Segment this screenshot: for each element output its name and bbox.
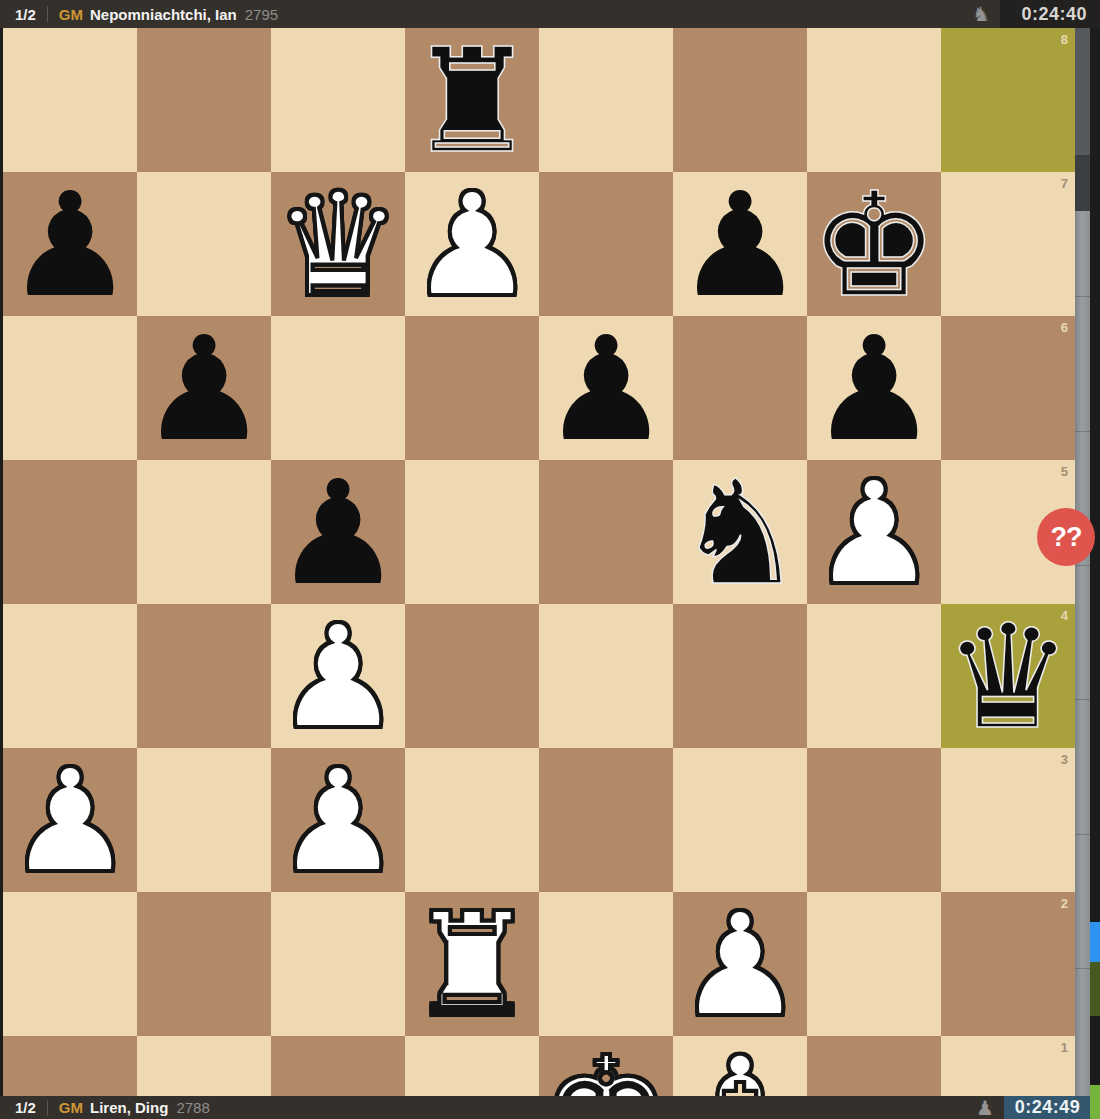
piece-black-pawn[interactable]: ♟ [541,317,670,461]
piece-black-pawn[interactable]: ♟ [273,461,402,605]
square-c4[interactable]: ♟ [271,604,405,748]
piece-black-knight[interactable]: ♞ [675,461,804,605]
square-a4[interactable] [3,604,137,748]
square-b6[interactable]: ♟ [137,316,271,460]
square-e4[interactable] [539,604,673,748]
piece-black-pawn[interactable]: ♟ [809,317,938,461]
square-e5[interactable] [539,460,673,604]
top-player-rating: 2795 [245,6,278,23]
square-f5[interactable]: ♞ [673,460,807,604]
bottom-player-rating: 2788 [176,1099,209,1116]
divider [1075,834,1090,835]
piece-white-pawn[interactable]: ♟ [5,749,134,893]
top-player-name: Nepomniachtchi, Ian [90,6,237,23]
top-clock-panel: 0:24:40 [1000,0,1100,28]
piece-black-king[interactable]: ♚ [809,173,938,317]
square-g4[interactable] [807,604,941,748]
square-h7[interactable]: 7 [941,172,1075,316]
scrollbar-thumb[interactable] [1075,211,1090,1096]
piece-black-rook[interactable]: ♜ [407,29,536,173]
divider [1075,565,1090,566]
square-h4[interactable]: ♛4 [941,604,1075,748]
square-a3[interactable]: ♟ [3,748,137,892]
top-player-bar: 1/2 GM Nepomniachtchi, Ian 2795 ♞ 0:24:4… [0,0,1100,28]
rank-label-6: 6 [1061,321,1068,334]
square-c7[interactable]: ♛ [271,172,405,316]
bottom-player-bar: 1/2 GM Liren, Ding 2788 ♟ 0:24:49 [0,1096,1100,1119]
square-f8[interactable] [673,28,807,172]
piece-white-pawn[interactable]: ♟ [809,461,938,605]
piece-white-pawn[interactable]: ♟ [273,605,402,749]
square-d2[interactable]: ♜ [405,892,539,1036]
piece-black-pawn[interactable]: ♟ [139,317,268,461]
square-d4[interactable] [405,604,539,748]
square-f2[interactable]: ♟ [673,892,807,1036]
square-c2[interactable] [271,892,405,1036]
square-h2[interactable]: 2 [941,892,1075,1036]
square-b2[interactable] [137,892,271,1036]
square-g5[interactable]: ♟ [807,460,941,604]
square-g2[interactable] [807,892,941,1036]
square-f3[interactable] [673,748,807,892]
rank-label-5: 5 [1061,465,1068,478]
square-a6[interactable] [3,316,137,460]
square-g3[interactable] [807,748,941,892]
side-panel-green-button-edge[interactable] [1090,1085,1100,1119]
pawn-icon: ♟ [976,1098,994,1118]
piece-black-queen[interactable]: ♛ [943,605,1072,749]
divider [47,6,48,22]
knight-icon: ♞ [972,4,990,24]
chess-board[interactable]: ♜8♟♛♟♟♚7♟♟♟6♟♞♟5♟♛4♟♟3♜♟2abcd♚e♝fg1h [0,28,1075,1096]
square-g7[interactable]: ♚ [807,172,941,316]
square-a7[interactable]: ♟ [3,172,137,316]
square-b4[interactable] [137,604,271,748]
bottom-player-title: GM [59,1099,83,1116]
bottom-player-result: 1/2 [15,1099,36,1116]
piece-white-queen[interactable]: ♛ [273,173,402,317]
scrollbar-track-mid[interactable] [1075,155,1090,211]
square-f4[interactable] [673,604,807,748]
divider [1075,296,1090,297]
square-c5[interactable]: ♟ [271,460,405,604]
scrollbar-track-upper[interactable] [1075,28,1090,155]
blunder-annotation-badge: ?? [1037,508,1095,566]
square-a2[interactable] [3,892,137,1036]
square-d8[interactable]: ♜ [405,28,539,172]
square-a5[interactable] [3,460,137,604]
rank-label-8: 8 [1061,33,1068,46]
square-e7[interactable] [539,172,673,316]
square-e3[interactable] [539,748,673,892]
square-d6[interactable] [405,316,539,460]
square-a8[interactable] [3,28,137,172]
top-player-result: 1/2 [15,6,36,23]
square-e2[interactable] [539,892,673,1036]
piece-white-pawn[interactable]: ♟ [407,173,536,317]
divider [1075,431,1090,432]
square-c3[interactable]: ♟ [271,748,405,892]
piece-white-rook[interactable]: ♜ [407,893,536,1037]
square-h3[interactable]: 3 [941,748,1075,892]
top-player-clock: 0:24:40 [1021,4,1087,25]
square-e8[interactable] [539,28,673,172]
square-b7[interactable] [137,172,271,316]
piece-white-pawn[interactable]: ♟ [273,749,402,893]
divider [1075,699,1090,700]
side-panel-blue-button-edge[interactable] [1090,922,1100,962]
rank-label-7: 7 [1061,177,1068,190]
piece-black-pawn[interactable]: ♟ [675,173,804,317]
rank-label-2: 2 [1061,897,1068,910]
bottom-player-clock: 0:24:49 [1015,1097,1081,1118]
divider [1075,968,1090,969]
piece-white-pawn[interactable]: ♟ [675,893,804,1037]
bottom-player-name: Liren, Ding [90,1099,168,1116]
square-f6[interactable] [673,316,807,460]
bottom-clock-panel-active: 0:24:49 [1004,1096,1091,1119]
square-e6[interactable]: ♟ [539,316,673,460]
square-b3[interactable] [137,748,271,892]
square-g6[interactable]: ♟ [807,316,941,460]
rank-label-4: 4 [1061,609,1068,622]
square-d5[interactable] [405,460,539,604]
square-c8[interactable] [271,28,405,172]
square-b8[interactable] [137,28,271,172]
piece-black-pawn[interactable]: ♟ [5,173,134,317]
square-g8[interactable] [807,28,941,172]
square-f7[interactable]: ♟ [673,172,807,316]
square-d7[interactable]: ♟ [405,172,539,316]
rank-label-1: 1 [1061,1041,1068,1054]
square-d3[interactable] [405,748,539,892]
side-panel-olive-button-edge[interactable] [1090,962,1100,1016]
square-h8[interactable]: 8 [941,28,1075,172]
square-c6[interactable] [271,316,405,460]
top-player-title: GM [59,6,83,23]
divider [47,1100,48,1116]
rank-label-3: 3 [1061,753,1068,766]
square-h6[interactable]: 6 [941,316,1075,460]
square-b5[interactable] [137,460,271,604]
